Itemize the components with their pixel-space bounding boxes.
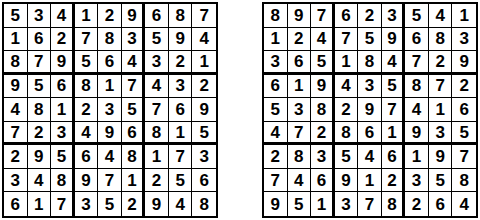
- cell-r4c1: 9: [4, 75, 28, 99]
- cell-r4c4: 8: [75, 75, 99, 99]
- cell-r6c5: 9: [98, 122, 122, 146]
- cell-r9c1: 9: [264, 192, 288, 216]
- cell-r6c8: 3: [429, 122, 453, 146]
- cell-r4c6: 5: [382, 75, 406, 99]
- cell-r3c2: 7: [28, 51, 52, 75]
- cell-r7c1: 2: [4, 145, 28, 169]
- cell-r7c1: 2: [264, 145, 288, 169]
- cell-r1c2: 9: [288, 4, 312, 28]
- cell-r2c5: 5: [358, 28, 382, 52]
- cell-r5c6: 7: [382, 98, 406, 122]
- sudoku-board-right-wrap: 8976235411247596833651847296194358725382…: [260, 0, 480, 220]
- cell-r1c8: 4: [429, 4, 453, 28]
- cell-r2c1: 1: [4, 28, 28, 52]
- cell-r7c5: 4: [358, 145, 382, 169]
- cell-r7c2: 9: [28, 145, 52, 169]
- cell-r5c2: 8: [28, 98, 52, 122]
- cell-r8c7: 3: [405, 169, 429, 193]
- cell-r3c7: 3: [145, 51, 169, 75]
- cell-r8c3: 6: [311, 169, 335, 193]
- cell-r3c1: 8: [4, 51, 28, 75]
- cell-r8c9: 8: [452, 169, 476, 193]
- cell-r5c5: 9: [358, 98, 382, 122]
- cell-r6c1: 4: [264, 122, 288, 146]
- cell-r1c7: 5: [405, 4, 429, 28]
- cell-r2c4: 7: [75, 28, 99, 52]
- cell-r3c4: 5: [75, 51, 99, 75]
- cell-r8c6: 2: [382, 169, 406, 193]
- cell-r6c1: 7: [4, 122, 28, 146]
- cell-r5c9: 9: [192, 98, 216, 122]
- cell-r8c1: 3: [4, 169, 28, 193]
- cell-r9c6: 8: [382, 192, 406, 216]
- cell-r2c2: 2: [288, 28, 312, 52]
- cell-r4c7: 8: [405, 75, 429, 99]
- cell-r6c6: 6: [122, 122, 146, 146]
- cell-r7c6: 8: [122, 145, 146, 169]
- cell-r5c7: 4: [405, 98, 429, 122]
- cell-r4c4: 4: [335, 75, 359, 99]
- cell-r6c2: 7: [288, 122, 312, 146]
- cell-r4c2: 5: [28, 75, 52, 99]
- cell-r2c7: 6: [405, 28, 429, 52]
- cell-r7c4: 6: [75, 145, 99, 169]
- sudoku-page: 5341296871627835948795643219568174324812…: [0, 0, 480, 220]
- cell-r4c8: 3: [169, 75, 193, 99]
- cell-r8c8: 5: [169, 169, 193, 193]
- cell-r3c6: 4: [382, 51, 406, 75]
- cell-r2c9: 3: [452, 28, 476, 52]
- cell-r8c2: 4: [288, 169, 312, 193]
- sudoku-board-right: 8976235411247596833651847296194358725382…: [262, 2, 478, 218]
- cell-r4c2: 1: [288, 75, 312, 99]
- cell-r7c3: 3: [311, 145, 335, 169]
- cell-r9c5: 7: [358, 192, 382, 216]
- cell-r2c4: 7: [335, 28, 359, 52]
- sudoku-board-left-wrap: 5341296871627835948795643219568174324812…: [0, 0, 220, 220]
- cell-r5c1: 4: [4, 98, 28, 122]
- cell-r3c6: 4: [122, 51, 146, 75]
- cell-r1c4: 6: [335, 4, 359, 28]
- cell-r2c6: 3: [122, 28, 146, 52]
- cell-r6c3: 2: [311, 122, 335, 146]
- cell-r6c7: 8: [145, 122, 169, 146]
- cell-r2c3: 2: [51, 28, 75, 52]
- cell-r1c9: 7: [192, 4, 216, 28]
- cell-r5c4: 2: [335, 98, 359, 122]
- cell-r9c1: 6: [4, 192, 28, 216]
- cell-r4c3: 6: [51, 75, 75, 99]
- cell-r6c9: 5: [452, 122, 476, 146]
- cell-r8c6: 1: [122, 169, 146, 193]
- cell-r8c8: 5: [429, 169, 453, 193]
- cell-r8c5: 1: [358, 169, 382, 193]
- cell-r6c8: 1: [169, 122, 193, 146]
- cell-r4c9: 2: [452, 75, 476, 99]
- cell-r5c8: 6: [169, 98, 193, 122]
- cell-r4c7: 4: [145, 75, 169, 99]
- cell-r3c5: 8: [358, 51, 382, 75]
- cell-r4c1: 6: [264, 75, 288, 99]
- cell-r3c7: 7: [405, 51, 429, 75]
- cell-r9c8: 4: [169, 192, 193, 216]
- cell-r4c6: 7: [122, 75, 146, 99]
- cell-r1c9: 1: [452, 4, 476, 28]
- cell-r8c4: 9: [335, 169, 359, 193]
- cell-r8c5: 7: [98, 169, 122, 193]
- cell-r1c1: 5: [4, 4, 28, 28]
- cell-r8c7: 2: [145, 169, 169, 193]
- cell-r8c9: 6: [192, 169, 216, 193]
- cell-r1c3: 7: [311, 4, 335, 28]
- cell-r9c3: 7: [51, 192, 75, 216]
- cell-r5c2: 3: [288, 98, 312, 122]
- cell-r5c1: 5: [264, 98, 288, 122]
- cell-r4c3: 9: [311, 75, 335, 99]
- cell-r3c1: 3: [264, 51, 288, 75]
- cell-r6c3: 3: [51, 122, 75, 146]
- cell-r7c9: 3: [192, 145, 216, 169]
- cell-r5c3: 8: [311, 98, 335, 122]
- cell-r2c2: 6: [28, 28, 52, 52]
- cell-r2c1: 1: [264, 28, 288, 52]
- cell-r9c4: 3: [335, 192, 359, 216]
- cell-r6c9: 5: [192, 122, 216, 146]
- cell-r2c9: 4: [192, 28, 216, 52]
- cell-r2c8: 8: [429, 28, 453, 52]
- cell-r9c7: 9: [145, 192, 169, 216]
- cell-r1c7: 6: [145, 4, 169, 28]
- cell-r8c1: 7: [264, 169, 288, 193]
- cell-r7c2: 8: [288, 145, 312, 169]
- sudoku-board-left: 5341296871627835948795643219568174324812…: [2, 2, 218, 218]
- cell-r7c4: 5: [335, 145, 359, 169]
- cell-r7c6: 6: [382, 145, 406, 169]
- cell-r9c4: 3: [75, 192, 99, 216]
- cell-r5c8: 1: [429, 98, 453, 122]
- cell-r3c8: 2: [429, 51, 453, 75]
- cell-r1c5: 2: [358, 4, 382, 28]
- cell-r1c5: 2: [98, 4, 122, 28]
- cell-r2c5: 8: [98, 28, 122, 52]
- cell-r6c4: 4: [75, 122, 99, 146]
- cell-r1c3: 4: [51, 4, 75, 28]
- cell-r9c9: 8: [192, 192, 216, 216]
- cell-r1c6: 9: [122, 4, 146, 28]
- cell-r1c6: 3: [382, 4, 406, 28]
- cell-r1c4: 1: [75, 4, 99, 28]
- cell-r6c6: 1: [382, 122, 406, 146]
- cell-r4c8: 7: [429, 75, 453, 99]
- cell-r3c4: 1: [335, 51, 359, 75]
- cell-r9c2: 5: [288, 192, 312, 216]
- cell-r2c6: 9: [382, 28, 406, 52]
- cell-r7c8: 9: [429, 145, 453, 169]
- cell-r5c6: 5: [122, 98, 146, 122]
- cell-r6c4: 8: [335, 122, 359, 146]
- cell-r5c4: 2: [75, 98, 99, 122]
- cell-r9c7: 2: [405, 192, 429, 216]
- cell-r5c9: 6: [452, 98, 476, 122]
- cell-r5c5: 3: [98, 98, 122, 122]
- cell-r3c3: 5: [311, 51, 335, 75]
- cell-r3c2: 6: [288, 51, 312, 75]
- cell-r6c5: 6: [358, 122, 382, 146]
- cell-r7c3: 5: [51, 145, 75, 169]
- cell-r7c8: 7: [169, 145, 193, 169]
- cell-r3c9: 9: [452, 51, 476, 75]
- cell-r8c2: 4: [28, 169, 52, 193]
- cell-r1c2: 3: [28, 4, 52, 28]
- cell-r8c3: 8: [51, 169, 75, 193]
- cell-r7c5: 4: [98, 145, 122, 169]
- cell-r3c9: 1: [192, 51, 216, 75]
- cell-r2c3: 4: [311, 28, 335, 52]
- cell-r5c3: 1: [51, 98, 75, 122]
- cell-r8c4: 9: [75, 169, 99, 193]
- cell-r9c2: 1: [28, 192, 52, 216]
- cell-r4c9: 2: [192, 75, 216, 99]
- cell-r6c2: 2: [28, 122, 52, 146]
- cell-r9c9: 4: [452, 192, 476, 216]
- cell-r9c5: 5: [98, 192, 122, 216]
- cell-r3c5: 6: [98, 51, 122, 75]
- cell-r3c8: 2: [169, 51, 193, 75]
- cell-r7c7: 1: [145, 145, 169, 169]
- cell-r5c7: 7: [145, 98, 169, 122]
- cell-r1c1: 8: [264, 4, 288, 28]
- cell-r4c5: 3: [358, 75, 382, 99]
- cell-r9c3: 1: [311, 192, 335, 216]
- cell-r7c7: 1: [405, 145, 429, 169]
- cell-r7c9: 7: [452, 145, 476, 169]
- cell-r3c3: 9: [51, 51, 75, 75]
- cell-r2c8: 9: [169, 28, 193, 52]
- cell-r6c7: 9: [405, 122, 429, 146]
- cell-r1c8: 8: [169, 4, 193, 28]
- cell-r9c6: 2: [122, 192, 146, 216]
- cell-r2c7: 5: [145, 28, 169, 52]
- cell-r9c8: 6: [429, 192, 453, 216]
- cell-r4c5: 1: [98, 75, 122, 99]
